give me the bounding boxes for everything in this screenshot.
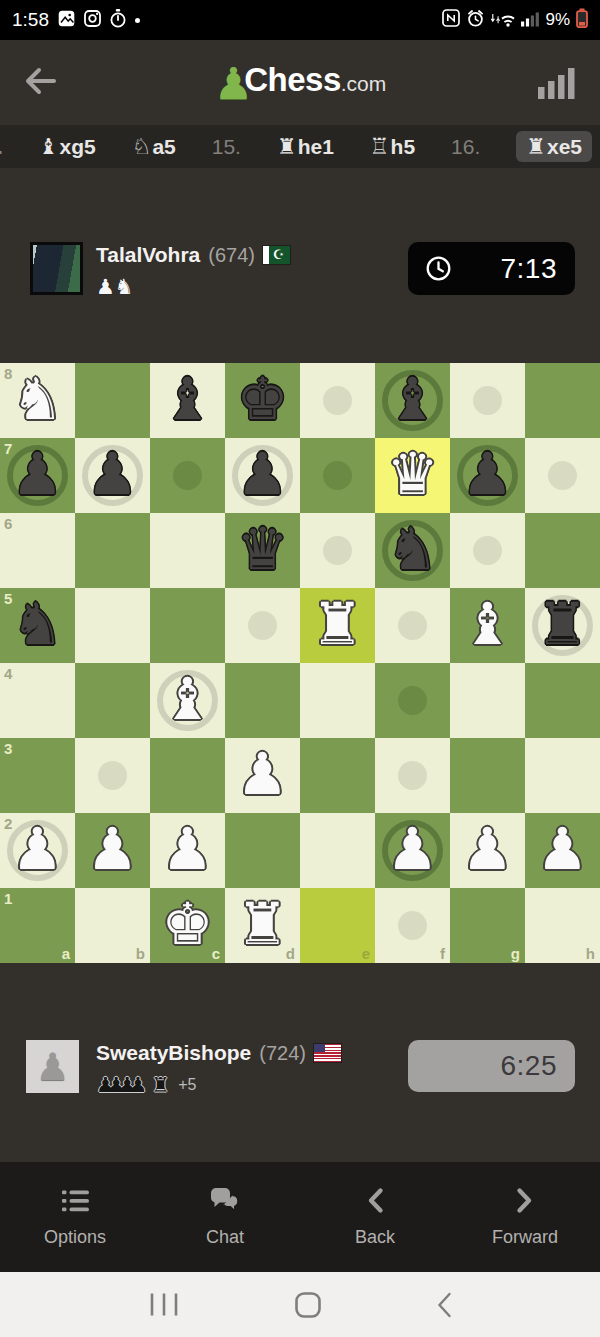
- square-e4[interactable]: [300, 663, 375, 738]
- chess-app-screen: 1:58 9% ♟Chess.com . ♝xg5 ♘a5: [0, 0, 600, 1337]
- square-e8[interactable]: [300, 363, 375, 438]
- alarm-icon: [466, 9, 485, 31]
- premove-hint-dot: [398, 761, 427, 790]
- piece-white-pawn[interactable]: ♟: [0, 813, 75, 888]
- square-a8[interactable]: 8♞: [0, 363, 75, 438]
- clock-icon: [425, 255, 452, 282]
- logo-suffix: .com: [341, 72, 387, 95]
- chevron-left-icon: [365, 1187, 385, 1215]
- move-number-15: 15.: [212, 135, 241, 159]
- square-c1[interactable]: c♚: [150, 888, 225, 963]
- premove-hint-dot: [248, 611, 277, 640]
- chesscom-logo: ♟Chess.com: [0, 58, 600, 109]
- pakistan-flag: ☪: [263, 246, 290, 264]
- premove-hint-dot: [98, 761, 127, 790]
- premove-hint-dot: [323, 461, 352, 490]
- chat-button[interactable]: Chat: [150, 1162, 300, 1272]
- file-label-a: a: [62, 946, 70, 961]
- piece-black-queen[interactable]: ♛: [225, 513, 300, 588]
- square-g7[interactable]: ♟: [450, 438, 525, 513]
- options-label: Options: [44, 1227, 106, 1248]
- file-label-b: b: [136, 946, 145, 961]
- piece-white-king[interactable]: ♚: [150, 888, 225, 963]
- piece-black-bishop[interactable]: ♝: [375, 363, 450, 438]
- bottom-player-clock: 6:25: [408, 1040, 575, 1092]
- square-a3[interactable]: 3: [0, 738, 75, 813]
- status-bar: 1:58 9%: [0, 0, 600, 40]
- square-d7[interactable]: ♟: [225, 438, 300, 513]
- move-bxg5[interactable]: ♝xg5: [39, 134, 96, 159]
- square-c4[interactable]: ♝: [150, 663, 225, 738]
- nfc-icon: [442, 9, 460, 31]
- move-number-16: 16.: [451, 135, 480, 159]
- piece-white-pawn[interactable]: ♟: [375, 813, 450, 888]
- square-f7[interactable]: ♛: [375, 438, 450, 513]
- square-e5[interactable]: ♜: [300, 588, 375, 663]
- piece-black-knight[interactable]: ♞: [0, 588, 75, 663]
- square-h5[interactable]: ♜: [525, 588, 600, 663]
- avatar-pawn-icon: ♟: [35, 1045, 69, 1089]
- file-label-g: g: [511, 946, 520, 961]
- square-b4[interactable]: [75, 663, 150, 738]
- square-h3[interactable]: [525, 738, 600, 813]
- square-g8[interactable]: [450, 363, 525, 438]
- logo-text: Chess: [244, 61, 341, 98]
- premove-hint-dot: [398, 611, 427, 640]
- file-label-h: h: [586, 946, 595, 961]
- square-b1[interactable]: b: [75, 888, 150, 963]
- instagram-icon: [84, 10, 101, 31]
- bottom-player-avatar[interactable]: ♟: [26, 1040, 79, 1093]
- chess-board: 8♞♝♚♝7♟♟♟♛♟6♛♞5♞♜♝♜4♝3♟2♟♟♟♟♟♟1abc♚d♜efg…: [0, 363, 600, 963]
- piece-white-pawn[interactable]: ♟: [450, 813, 525, 888]
- square-c2[interactable]: ♟: [150, 813, 225, 888]
- square-a2[interactable]: 2♟: [0, 813, 75, 888]
- move-rxe5-current[interactable]: ♜xe5: [516, 131, 592, 162]
- square-c6[interactable]: [150, 513, 225, 588]
- black-knight-figurine: ♘: [132, 134, 152, 159]
- square-g5[interactable]: ♝: [450, 588, 525, 663]
- material-advantage: +5: [178, 1076, 196, 1094]
- chat-label: Chat: [206, 1227, 244, 1248]
- chevron-right-icon: [515, 1187, 535, 1215]
- square-g3[interactable]: [450, 738, 525, 813]
- top-player-name[interactable]: TalalVohra: [96, 243, 200, 267]
- move-number-fragment: .: [0, 135, 3, 159]
- piece-white-rook[interactable]: ♜: [300, 588, 375, 663]
- premove-hint-dot: [323, 536, 352, 565]
- white-bishop-figurine: ♝: [39, 134, 59, 159]
- square-d1[interactable]: d♜: [225, 888, 300, 963]
- square-d3[interactable]: ♟: [225, 738, 300, 813]
- bottom-captured-pieces: ♟♟♟♟ ♜ +5: [96, 1073, 341, 1097]
- piece-white-bishop[interactable]: ♝: [150, 663, 225, 738]
- square-b5[interactable]: [75, 588, 150, 663]
- file-label-e: e: [362, 946, 370, 961]
- square-a7[interactable]: 7♟: [0, 438, 75, 513]
- square-f8[interactable]: ♝: [375, 363, 450, 438]
- top-captured-pieces: ♟♞: [96, 275, 290, 299]
- square-h2[interactable]: ♟: [525, 813, 600, 888]
- piece-white-knight[interactable]: ♞: [0, 363, 75, 438]
- captured-black-pawns: ♟♟♟♟: [96, 1073, 147, 1097]
- white-rook-figurine: ♜: [526, 134, 546, 159]
- notification-dot: [135, 18, 140, 23]
- rank-label-3: 3: [4, 741, 12, 756]
- status-left: 1:58: [12, 9, 140, 32]
- black-rook-figurine: ♖: [370, 134, 390, 159]
- move-na5[interactable]: ♘a5: [132, 134, 176, 159]
- top-player-row: TalalVohra (674) ☪ ♟♞ 7:13: [0, 242, 600, 302]
- piece-black-pawn[interactable]: ♟: [75, 438, 150, 513]
- connection-bars-icon[interactable]: [538, 68, 575, 103]
- square-c5[interactable]: [150, 588, 225, 663]
- battery-icon: [576, 8, 588, 32]
- square-d5[interactable]: [225, 588, 300, 663]
- app-header: ♟Chess.com: [0, 40, 600, 125]
- top-clock-time: 7:13: [501, 253, 558, 285]
- top-player-avatar[interactable]: [30, 242, 83, 295]
- square-f6[interactable]: ♞: [375, 513, 450, 588]
- square-a5[interactable]: 5♞: [0, 588, 75, 663]
- piece-white-pawn[interactable]: ♟: [150, 813, 225, 888]
- home-icon[interactable]: [294, 1291, 322, 1319]
- square-g1[interactable]: g: [450, 888, 525, 963]
- piece-black-pawn[interactable]: ♟: [225, 438, 300, 513]
- top-player-rating: (674): [208, 244, 255, 267]
- square-f3[interactable]: [375, 738, 450, 813]
- square-d2[interactable]: [225, 813, 300, 888]
- bottom-player-name[interactable]: SweatyBishope: [96, 1041, 251, 1065]
- rank-label-1: 1: [4, 891, 12, 906]
- square-b2[interactable]: ♟: [75, 813, 150, 888]
- piece-black-bishop[interactable]: ♝: [150, 363, 225, 438]
- square-c7[interactable]: [150, 438, 225, 513]
- square-e6[interactable]: [300, 513, 375, 588]
- top-player-clock: 7:13: [408, 242, 575, 295]
- piece-black-pawn[interactable]: ♟: [450, 438, 525, 513]
- back-label: Back: [355, 1227, 395, 1248]
- premove-hint-dot: [173, 461, 202, 490]
- back-move-button[interactable]: Back: [300, 1162, 450, 1272]
- piece-white-rook[interactable]: ♜: [225, 888, 300, 963]
- square-g6[interactable]: [450, 513, 525, 588]
- battery-percent: 9%: [545, 10, 570, 30]
- square-a1[interactable]: 1a: [0, 888, 75, 963]
- top-player-info: TalalVohra (674) ☪ ♟♞: [96, 242, 290, 299]
- square-d8[interactable]: ♚: [225, 363, 300, 438]
- captured-white-pieces: ♟♞: [96, 275, 134, 299]
- piece-white-pawn[interactable]: ♟: [75, 813, 150, 888]
- bottom-player-rating: (724): [259, 1042, 306, 1065]
- bottom-player-info: SweatyBishope (724) ♟♟♟♟ ♜ +5: [96, 1040, 341, 1097]
- piece-white-pawn[interactable]: ♟: [225, 738, 300, 813]
- options-button[interactable]: Options: [0, 1162, 150, 1272]
- piece-white-pawn[interactable]: ♟: [525, 813, 600, 888]
- captured-black-rook: ♜: [151, 1073, 170, 1097]
- rank-label-4: 4: [4, 666, 12, 681]
- square-f2[interactable]: ♟: [375, 813, 450, 888]
- android-back-icon[interactable]: [436, 1291, 453, 1319]
- bottom-clock-time: 6:25: [501, 1050, 558, 1082]
- piece-black-pawn[interactable]: ♟: [0, 438, 75, 513]
- square-e3[interactable]: [300, 738, 375, 813]
- square-f5[interactable]: [375, 588, 450, 663]
- status-right: 9%: [442, 8, 588, 32]
- piece-black-king[interactable]: ♚: [225, 363, 300, 438]
- square-f4[interactable]: [375, 663, 450, 738]
- bottom-nav-bar: Options Chat Back Forward: [0, 1162, 600, 1272]
- piece-white-bishop[interactable]: ♝: [450, 588, 525, 663]
- premove-hint-dot: [473, 536, 502, 565]
- forward-label: Forward: [492, 1227, 558, 1248]
- square-h7[interactable]: [525, 438, 600, 513]
- wifi-icon: [491, 10, 515, 31]
- square-a4[interactable]: 4: [0, 663, 75, 738]
- square-h6[interactable]: [525, 513, 600, 588]
- square-h4[interactable]: [525, 663, 600, 738]
- square-a6[interactable]: 6: [0, 513, 75, 588]
- square-b6[interactable]: [75, 513, 150, 588]
- chat-bubbles-icon: [209, 1187, 241, 1215]
- move-rhe1[interactable]: ♜he1: [277, 134, 334, 159]
- square-e7[interactable]: [300, 438, 375, 513]
- square-f1[interactable]: f: [375, 888, 450, 963]
- square-c8[interactable]: ♝: [150, 363, 225, 438]
- premove-hint-dot: [323, 386, 352, 415]
- square-e1[interactable]: e: [300, 888, 375, 963]
- square-d6[interactable]: ♛: [225, 513, 300, 588]
- signal-icon: [521, 10, 539, 31]
- square-b8[interactable]: [75, 363, 150, 438]
- rank-label-6: 6: [4, 516, 12, 531]
- premove-hint-dot: [398, 911, 427, 940]
- forward-move-button[interactable]: Forward: [450, 1162, 600, 1272]
- gallery-icon: [58, 10, 75, 31]
- bottom-player-row: ♟ SweatyBishope (724) ♟♟♟♟ ♜ +5 6:25: [0, 1040, 600, 1100]
- square-h1[interactable]: h: [525, 888, 600, 963]
- white-rook-figurine: ♜: [277, 134, 297, 159]
- move-rh5[interactable]: ♖h5: [370, 134, 415, 159]
- premove-hint-dot: [398, 686, 427, 715]
- premove-hint-dot: [548, 461, 577, 490]
- square-c3[interactable]: [150, 738, 225, 813]
- android-nav-bar: [0, 1272, 600, 1337]
- square-g4[interactable]: [450, 663, 525, 738]
- usa-flag: [314, 1044, 341, 1062]
- premove-hint-dot: [473, 386, 502, 415]
- square-b7[interactable]: ♟: [75, 438, 150, 513]
- piece-black-knight[interactable]: ♞: [375, 513, 450, 588]
- square-h8[interactable]: [525, 363, 600, 438]
- timer-icon: [110, 9, 126, 32]
- move-list-bar: . ♝xg5 ♘a5 15. ♜he1 ♖h5 16. ♜xe5: [0, 125, 600, 168]
- status-time: 1:58: [12, 9, 49, 31]
- square-b3[interactable]: [75, 738, 150, 813]
- piece-black-rook[interactable]: ♜: [525, 588, 600, 663]
- square-g2[interactable]: ♟: [450, 813, 525, 888]
- options-list-icon: [62, 1187, 89, 1215]
- square-e2[interactable]: [300, 813, 375, 888]
- square-d4[interactable]: [225, 663, 300, 738]
- recent-apps-icon[interactable]: [147, 1291, 181, 1318]
- file-label-f: f: [440, 946, 445, 961]
- piece-white-queen[interactable]: ♛: [375, 438, 450, 513]
